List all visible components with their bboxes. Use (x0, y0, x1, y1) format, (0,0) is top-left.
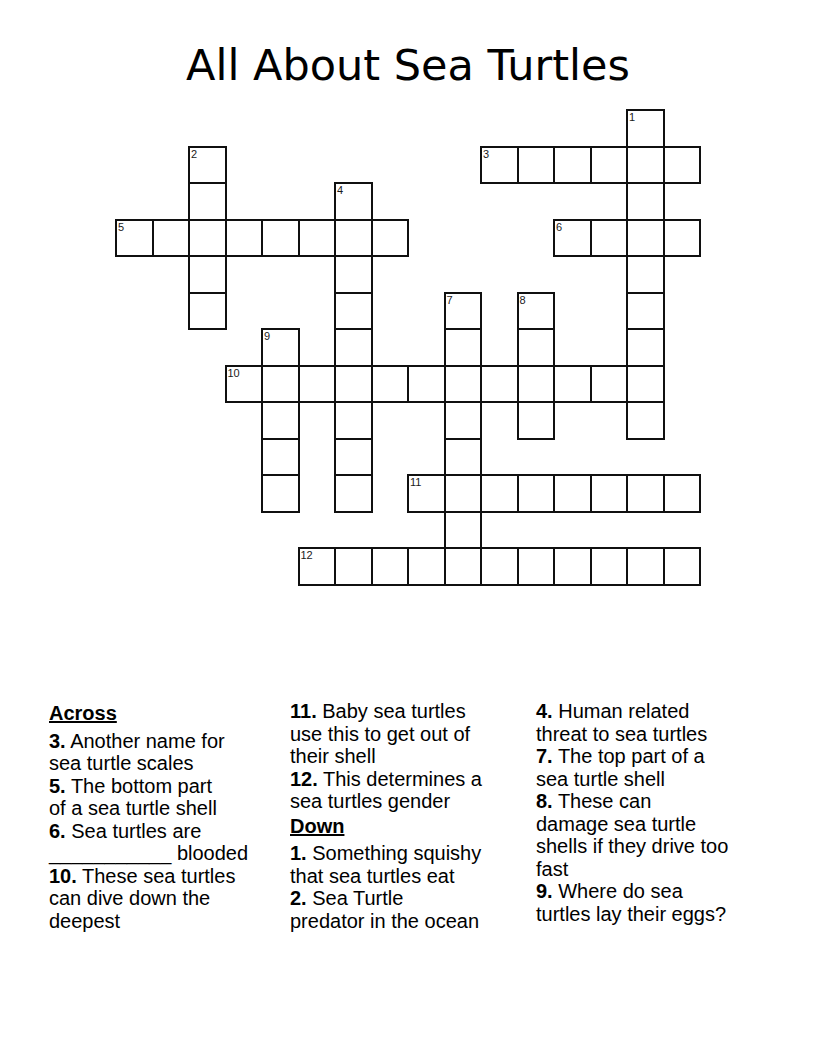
clue-3-across: 3. Another name forsea turtle scales (49, 730, 248, 775)
clue-column-2: 11. Baby sea turtlesuse this to get out … (290, 700, 482, 932)
across-heading: Across (49, 702, 248, 725)
grid-cell-r12c5[interactable]: 12 (299, 548, 336, 585)
grid-cell-r6c14[interactable] (627, 329, 664, 366)
grid-cell-r6c11[interactable] (518, 329, 555, 366)
grid-cell-r6c6[interactable] (335, 329, 372, 366)
grid-cell-r10c10[interactable] (481, 475, 518, 512)
grid-cell-r10c9[interactable] (445, 475, 482, 512)
clue-number-label: 11. (290, 700, 317, 722)
cell-number-9: 9 (264, 330, 270, 342)
cell-number-2: 2 (191, 148, 197, 160)
grid-cell-r10c6[interactable] (335, 475, 372, 512)
grid-cell-r0c14[interactable]: 1 (627, 110, 664, 147)
grid-cell-r1c13[interactable] (591, 147, 628, 184)
grid-cell-r10c14[interactable] (627, 475, 664, 512)
clue-8-down: 8. These candamage sea turtleshells if t… (536, 790, 728, 880)
page-title: All About Sea Turtles (0, 40, 816, 90)
grid-cell-r7c12[interactable] (554, 366, 591, 403)
grid-cell-r8c4[interactable] (262, 402, 299, 439)
down-heading: Down (290, 815, 482, 838)
grid-cell-r3c14[interactable] (627, 220, 664, 257)
grid-cell-r4c6[interactable] (335, 256, 372, 293)
cell-number-11: 11 (410, 476, 421, 488)
grid-cell-r7c5[interactable] (299, 366, 336, 403)
crossword-grid: 123456789101112 (116, 110, 700, 585)
grid-cell-r10c8[interactable]: 11 (408, 475, 445, 512)
cell-number-8: 8 (520, 294, 526, 306)
grid-cell-r10c4[interactable] (262, 475, 299, 512)
grid-cell-r12c13[interactable] (591, 548, 628, 585)
grid-cell-r5c9[interactable]: 7 (445, 293, 482, 330)
grid-cell-r10c11[interactable] (518, 475, 555, 512)
grid-cell-r2c14[interactable] (627, 183, 664, 220)
grid-cell-r5c14[interactable] (627, 293, 664, 330)
grid-cell-r10c15[interactable] (664, 475, 701, 512)
grid-cell-r7c13[interactable] (591, 366, 628, 403)
grid-cell-r3c13[interactable] (591, 220, 628, 257)
grid-cell-r1c11[interactable] (518, 147, 555, 184)
grid-cell-r3c5[interactable] (299, 220, 336, 257)
clue-9-down: 9. Where do seaturtles lay their eggs? (536, 880, 728, 925)
clue-number-label: 1. (290, 842, 307, 864)
clue-number-label: 8. (536, 790, 553, 812)
clue-10-across: 10. These sea turtlescan dive down thede… (49, 865, 248, 933)
cell-number-1: 1 (629, 111, 635, 123)
grid-cell-r8c6[interactable] (335, 402, 372, 439)
grid-cell-r3c3[interactable] (226, 220, 263, 257)
grid-cell-r2c2[interactable] (189, 183, 226, 220)
clue-number-label: 3. (49, 730, 66, 752)
grid-cell-r1c14[interactable] (627, 147, 664, 184)
grid-cell-r7c6[interactable] (335, 366, 372, 403)
grid-cell-r5c2[interactable] (189, 293, 226, 330)
clue-6-across: 6. Sea turtles are___________ blooded (49, 820, 248, 865)
grid-cell-r7c7[interactable] (372, 366, 409, 403)
worksheet-page: All About Sea Turtles 123456789101112 Ac… (0, 0, 816, 1056)
grid-cell-r3c7[interactable] (372, 220, 409, 257)
grid-cell-r3c12[interactable]: 6 (554, 220, 591, 257)
clue-number-label: 12. (290, 768, 318, 790)
grid-cell-r1c15[interactable] (664, 147, 701, 184)
clue-number-label: 7. (536, 745, 553, 767)
clue-number-label: 4. (536, 700, 553, 722)
grid-cell-r2c6[interactable]: 4 (335, 183, 372, 220)
grid-cell-r12c7[interactable] (372, 548, 409, 585)
grid-cell-r9c9[interactable] (445, 439, 482, 476)
cell-number-4: 4 (337, 184, 343, 196)
grid-cell-r8c9[interactable] (445, 402, 482, 439)
cell-number-12: 12 (301, 549, 313, 561)
cell-number-6: 6 (556, 221, 562, 233)
grid-cell-r7c14[interactable] (627, 366, 664, 403)
cell-number-10: 10 (228, 367, 240, 379)
cell-number-5: 5 (118, 221, 124, 233)
clue-column-1: Across3. Another name forsea turtle scal… (49, 700, 248, 932)
clue-number-label: 9. (536, 880, 553, 902)
clue-number-label: 2. (290, 887, 307, 909)
clue-12-across: 12. This determines asea turtles gender (290, 768, 482, 813)
cell-number-7: 7 (447, 294, 453, 306)
grid-cell-r3c2[interactable] (189, 220, 226, 257)
grid-cell-r1c12[interactable] (554, 147, 591, 184)
clue-2-down: 2. Sea Turtlepredator in the ocean (290, 887, 482, 932)
grid-cell-r7c9[interactable] (445, 366, 482, 403)
grid-cell-r3c15[interactable] (664, 220, 701, 257)
grid-cell-r4c2[interactable] (189, 256, 226, 293)
grid-cell-r7c8[interactable] (408, 366, 445, 403)
clue-column-3: 4. Human relatedthreat to sea turtles7. … (536, 700, 728, 925)
grid-cell-r9c6[interactable] (335, 439, 372, 476)
clue-7-down: 7. The top part of asea turtle shell (536, 745, 728, 790)
grid-cell-r12c10[interactable] (481, 548, 518, 585)
grid-cell-r12c14[interactable] (627, 548, 664, 585)
clue-number-label: 5. (49, 775, 66, 797)
clue-4-down: 4. Human relatedthreat to sea turtles (536, 700, 728, 745)
grid-cell-r8c14[interactable] (627, 402, 664, 439)
grid-cell-r9c4[interactable] (262, 439, 299, 476)
grid-cell-r10c12[interactable] (554, 475, 591, 512)
grid-cell-r4c14[interactable] (627, 256, 664, 293)
grid-cell-r12c15[interactable] (664, 548, 701, 585)
grid-cell-r12c9[interactable] (445, 548, 482, 585)
clue-number-label: 10. (49, 865, 77, 887)
grid-cell-r11c9[interactable] (445, 512, 482, 549)
grid-cell-r8c11[interactable] (518, 402, 555, 439)
grid-cell-r12c8[interactable] (408, 548, 445, 585)
grid-cell-r1c2[interactable]: 2 (189, 147, 226, 184)
clue-1-down: 1. Something squishythat sea turtles eat (290, 842, 482, 887)
grid-cell-r6c9[interactable] (445, 329, 482, 366)
grid-cell-r12c11[interactable] (518, 548, 555, 585)
grid-cell-r1c10[interactable]: 3 (481, 147, 518, 184)
grid-cell-r7c10[interactable] (481, 366, 518, 403)
grid-cell-r5c6[interactable] (335, 293, 372, 330)
grid-cell-r3c4[interactable] (262, 220, 299, 257)
clue-5-across: 5. The bottom partof a sea turtle shell (49, 775, 248, 820)
grid-cell-r3c0[interactable]: 5 (116, 220, 153, 257)
grid-cell-r12c12[interactable] (554, 548, 591, 585)
clue-11-across: 11. Baby sea turtlesuse this to get out … (290, 700, 482, 768)
clue-number-label: 6. (49, 820, 66, 842)
grid-cell-r3c1[interactable] (153, 220, 190, 257)
grid-cell-r7c3[interactable]: 10 (226, 366, 263, 403)
cell-number-3: 3 (483, 148, 489, 160)
grid-cell-r12c6[interactable] (335, 548, 372, 585)
grid-cell-r7c11[interactable] (518, 366, 555, 403)
grid-cell-r5c11[interactable]: 8 (518, 293, 555, 330)
grid-cell-r7c4[interactable] (262, 366, 299, 403)
grid-cell-r6c4[interactable]: 9 (262, 329, 299, 366)
grid-cell-r3c6[interactable] (335, 220, 372, 257)
grid-cell-r10c13[interactable] (591, 475, 628, 512)
